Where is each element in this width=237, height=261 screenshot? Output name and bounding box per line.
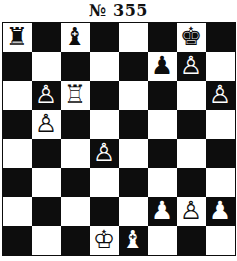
square-h8: [206, 23, 235, 52]
square-b3: [32, 168, 61, 197]
white-rook-icon: ♖: [64, 80, 86, 109]
square-a4: [3, 139, 32, 168]
square-b4: [32, 139, 61, 168]
square-f3: [148, 168, 177, 197]
square-d5: [90, 110, 119, 139]
square-a3: [3, 168, 32, 197]
black-rook-icon: ♜: [6, 22, 28, 51]
square-g3: [177, 168, 206, 197]
square-b7: [32, 52, 61, 81]
white-pawn-icon: ♙: [180, 51, 202, 80]
black-king-icon: ♚: [180, 22, 202, 51]
square-a1: [3, 226, 32, 255]
white-pawn-icon: ♙: [35, 80, 57, 109]
square-h2: ♟: [206, 197, 235, 226]
square-c3: [61, 168, 90, 197]
square-f4: [148, 139, 177, 168]
square-h1: [206, 226, 235, 255]
square-f5: [148, 110, 177, 139]
square-h3: [206, 168, 235, 197]
square-b1: [32, 226, 61, 255]
black-bishop-icon: ♝: [122, 225, 144, 254]
square-e1: ♝: [119, 226, 148, 255]
square-f2: ♟: [148, 197, 177, 226]
square-a2: [3, 197, 32, 226]
square-e8: [119, 23, 148, 52]
square-d2: [90, 197, 119, 226]
square-e6: [119, 81, 148, 110]
square-f6: [148, 81, 177, 110]
square-c7: [61, 52, 90, 81]
square-g7: ♙: [177, 52, 206, 81]
square-g8: ♚: [177, 23, 206, 52]
square-g4: [177, 139, 206, 168]
square-c8: ♝: [61, 23, 90, 52]
square-b6: ♙: [32, 81, 61, 110]
square-d4: ♙: [90, 139, 119, 168]
square-a5: [3, 110, 32, 139]
square-f8: [148, 23, 177, 52]
square-h5: [206, 110, 235, 139]
square-e4: [119, 139, 148, 168]
square-a7: [3, 52, 32, 81]
white-pawn-icon: ♙: [35, 109, 57, 138]
square-a6: [3, 81, 32, 110]
black-bishop-icon: ♝: [64, 22, 86, 51]
black-pawn-icon: ♟: [151, 196, 173, 225]
square-c2: [61, 197, 90, 226]
square-d3: [90, 168, 119, 197]
square-g1: [177, 226, 206, 255]
square-b5: ♙: [32, 110, 61, 139]
square-b8: [32, 23, 61, 52]
square-h6: ♙: [206, 81, 235, 110]
square-g5: [177, 110, 206, 139]
white-pawn-icon: ♙: [180, 196, 202, 225]
black-pawn-icon: ♟: [209, 196, 231, 225]
white-king-icon: ♔: [93, 225, 115, 254]
square-c4: [61, 139, 90, 168]
square-c5: [61, 110, 90, 139]
square-b2: [32, 197, 61, 226]
square-f7: ♟: [148, 52, 177, 81]
square-e7: [119, 52, 148, 81]
square-e2: [119, 197, 148, 226]
square-d7: [90, 52, 119, 81]
black-pawn-icon: ♟: [151, 51, 173, 80]
square-h4: [206, 139, 235, 168]
chess-diagram: ♜♝♚♟♙♙♖♙♙♙♟♙♟♔♝: [2, 22, 236, 256]
square-g2: ♙: [177, 197, 206, 226]
square-d6: [90, 81, 119, 110]
square-c6: ♖: [61, 81, 90, 110]
white-pawn-icon: ♙: [93, 138, 115, 167]
white-pawn-icon: ♙: [209, 80, 231, 109]
square-f1: [148, 226, 177, 255]
square-a8: ♜: [3, 23, 32, 52]
square-e5: [119, 110, 148, 139]
diagram-number: № 355: [0, 0, 237, 22]
square-h7: [206, 52, 235, 81]
square-c1: [61, 226, 90, 255]
chess-board: ♜♝♚♟♙♙♖♙♙♙♟♙♟♔♝: [2, 22, 236, 256]
square-d8: [90, 23, 119, 52]
square-g6: [177, 81, 206, 110]
square-e3: [119, 168, 148, 197]
square-d1: ♔: [90, 226, 119, 255]
